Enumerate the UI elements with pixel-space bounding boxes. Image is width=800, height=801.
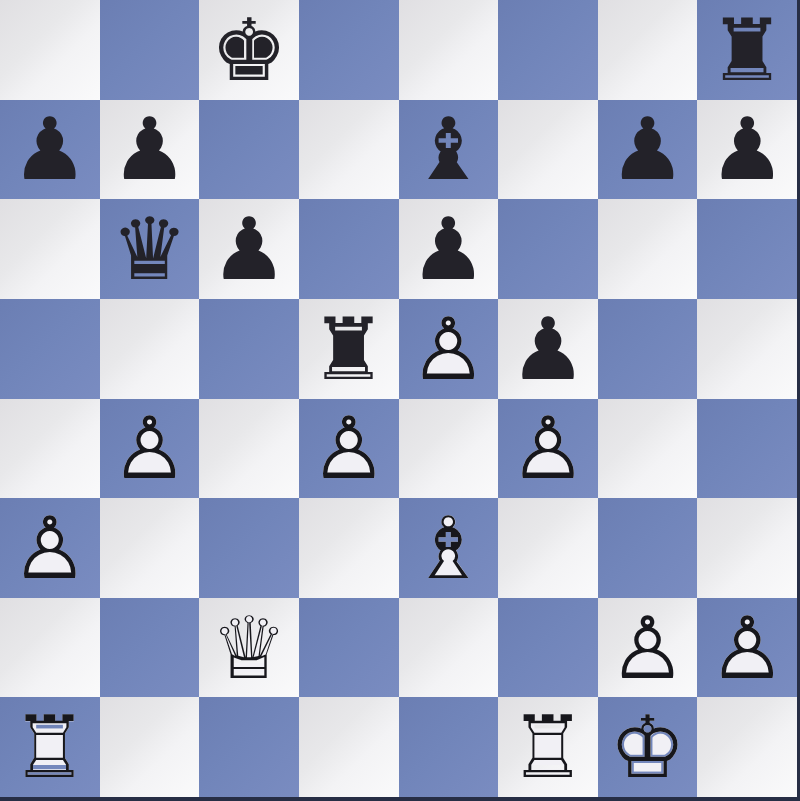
square-a5[interactable] xyxy=(0,299,100,399)
white-bishop-piece[interactable]: ♝♗ xyxy=(399,498,499,598)
black-pawn-piece[interactable]: ♟ xyxy=(598,100,698,200)
piece-glyph: ♟ xyxy=(399,199,499,299)
black-pawn-piece[interactable]: ♟ xyxy=(100,100,200,200)
piece-outline-glyph: ♕ xyxy=(199,598,299,698)
black-rook-piece[interactable]: ♜ xyxy=(299,299,399,399)
white-pawn-piece[interactable]: ♟♙ xyxy=(100,399,200,499)
square-g1[interactable]: ♚♔ xyxy=(598,697,698,797)
square-a2[interactable] xyxy=(0,598,100,698)
square-f3[interactable] xyxy=(498,498,598,598)
square-c2[interactable]: ♛♕ xyxy=(199,598,299,698)
square-h5[interactable] xyxy=(697,299,797,399)
square-b1[interactable] xyxy=(100,697,200,797)
square-b7[interactable]: ♟ xyxy=(100,100,200,200)
square-e1[interactable] xyxy=(399,697,499,797)
square-f7[interactable] xyxy=(498,100,598,200)
piece-outline-glyph: ♗ xyxy=(399,498,499,598)
black-pawn-piece[interactable]: ♟ xyxy=(498,299,598,399)
piece-glyph: ♜ xyxy=(299,299,399,399)
square-d5[interactable]: ♜ xyxy=(299,299,399,399)
square-e3[interactable]: ♝♗ xyxy=(399,498,499,598)
piece-outline-glyph: ♙ xyxy=(100,399,200,499)
square-e8[interactable] xyxy=(399,0,499,100)
piece-outline-glyph: ♔ xyxy=(598,697,698,797)
black-bishop-piece[interactable]: ♝ xyxy=(399,100,499,200)
square-h1[interactable] xyxy=(697,697,797,797)
piece-glyph: ♟ xyxy=(598,100,698,200)
square-h7[interactable]: ♟ xyxy=(697,100,797,200)
square-h3[interactable] xyxy=(697,498,797,598)
white-pawn-piece[interactable]: ♟♙ xyxy=(498,399,598,499)
chess-board-frame: ♚♜♟♟♝♟♟♛♟♟♜♟♙♟♟♙♟♙♟♙♟♙♝♗♛♕♟♙♟♙♜♖♜♖♚♔ xyxy=(0,0,800,801)
square-c4[interactable] xyxy=(199,399,299,499)
piece-glyph: ♛ xyxy=(100,199,200,299)
piece-glyph: ♟ xyxy=(199,199,299,299)
piece-outline-glyph: ♖ xyxy=(498,697,598,797)
square-h8[interactable]: ♜ xyxy=(697,0,797,100)
square-c8[interactable]: ♚ xyxy=(199,0,299,100)
white-pawn-piece[interactable]: ♟♙ xyxy=(399,299,499,399)
square-g2[interactable]: ♟♙ xyxy=(598,598,698,698)
piece-outline-glyph: ♙ xyxy=(299,399,399,499)
square-c3[interactable] xyxy=(199,498,299,598)
square-g4[interactable] xyxy=(598,399,698,499)
square-e2[interactable] xyxy=(399,598,499,698)
square-c5[interactable] xyxy=(199,299,299,399)
square-d6[interactable] xyxy=(299,199,399,299)
square-g3[interactable] xyxy=(598,498,698,598)
square-d2[interactable] xyxy=(299,598,399,698)
square-g7[interactable]: ♟ xyxy=(598,100,698,200)
square-d4[interactable]: ♟♙ xyxy=(299,399,399,499)
white-king-piece[interactable]: ♚♔ xyxy=(598,697,698,797)
piece-outline-glyph: ♖ xyxy=(0,697,100,797)
square-c7[interactable] xyxy=(199,100,299,200)
piece-outline-glyph: ♙ xyxy=(0,498,100,598)
white-rook-piece[interactable]: ♜♖ xyxy=(0,697,100,797)
square-f6[interactable] xyxy=(498,199,598,299)
square-g8[interactable] xyxy=(598,0,698,100)
square-a1[interactable]: ♜♖ xyxy=(0,697,100,797)
square-a7[interactable]: ♟ xyxy=(0,100,100,200)
piece-glyph: ♟ xyxy=(0,100,100,200)
square-f8[interactable] xyxy=(498,0,598,100)
square-a8[interactable] xyxy=(0,0,100,100)
piece-glyph: ♟ xyxy=(697,100,797,200)
square-b2[interactable] xyxy=(100,598,200,698)
square-d8[interactable] xyxy=(299,0,399,100)
square-g6[interactable] xyxy=(598,199,698,299)
piece-glyph: ♜ xyxy=(697,0,797,100)
square-a6[interactable] xyxy=(0,199,100,299)
square-b3[interactable] xyxy=(100,498,200,598)
square-a3[interactable]: ♟♙ xyxy=(0,498,100,598)
black-pawn-piece[interactable]: ♟ xyxy=(399,199,499,299)
white-queen-piece[interactable]: ♛♕ xyxy=(199,598,299,698)
square-e5[interactable]: ♟♙ xyxy=(399,299,499,399)
square-e6[interactable]: ♟ xyxy=(399,199,499,299)
chess-board: ♚♜♟♟♝♟♟♛♟♟♜♟♙♟♟♙♟♙♟♙♟♙♝♗♛♕♟♙♟♙♜♖♜♖♚♔ xyxy=(0,0,797,797)
square-a4[interactable] xyxy=(0,399,100,499)
square-b4[interactable]: ♟♙ xyxy=(100,399,200,499)
square-b6[interactable]: ♛ xyxy=(100,199,200,299)
square-b5[interactable] xyxy=(100,299,200,399)
square-h2[interactable]: ♟♙ xyxy=(697,598,797,698)
white-pawn-piece[interactable]: ♟♙ xyxy=(598,598,698,698)
square-e4[interactable] xyxy=(399,399,499,499)
square-f2[interactable] xyxy=(498,598,598,698)
black-queen-piece[interactable]: ♛ xyxy=(100,199,200,299)
square-c6[interactable]: ♟ xyxy=(199,199,299,299)
square-e7[interactable]: ♝ xyxy=(399,100,499,200)
piece-outline-glyph: ♙ xyxy=(598,598,698,698)
square-c1[interactable] xyxy=(199,697,299,797)
piece-outline-glyph: ♙ xyxy=(697,598,797,698)
white-pawn-piece[interactable]: ♟♙ xyxy=(299,399,399,499)
square-g5[interactable] xyxy=(598,299,698,399)
square-f1[interactable]: ♜♖ xyxy=(498,697,598,797)
square-f4[interactable]: ♟♙ xyxy=(498,399,598,499)
black-king-piece[interactable]: ♚ xyxy=(199,0,299,100)
black-pawn-piece[interactable]: ♟ xyxy=(0,100,100,200)
black-pawn-piece[interactable]: ♟ xyxy=(697,100,797,200)
square-h6[interactable] xyxy=(697,199,797,299)
black-rook-piece[interactable]: ♜ xyxy=(697,0,797,100)
square-d3[interactable] xyxy=(299,498,399,598)
piece-glyph: ♚ xyxy=(199,0,299,100)
square-b8[interactable] xyxy=(100,0,200,100)
square-h4[interactable] xyxy=(697,399,797,499)
white-pawn-piece[interactable]: ♟♙ xyxy=(0,498,100,598)
square-d7[interactable] xyxy=(299,100,399,200)
white-rook-piece[interactable]: ♜♖ xyxy=(498,697,598,797)
piece-glyph: ♝ xyxy=(399,100,499,200)
piece-glyph: ♟ xyxy=(100,100,200,200)
black-pawn-piece[interactable]: ♟ xyxy=(199,199,299,299)
square-d1[interactable] xyxy=(299,697,399,797)
piece-glyph: ♟ xyxy=(498,299,598,399)
square-f5[interactable]: ♟ xyxy=(498,299,598,399)
piece-outline-glyph: ♙ xyxy=(498,399,598,499)
white-pawn-piece[interactable]: ♟♙ xyxy=(697,598,797,698)
piece-outline-glyph: ♙ xyxy=(399,299,499,399)
